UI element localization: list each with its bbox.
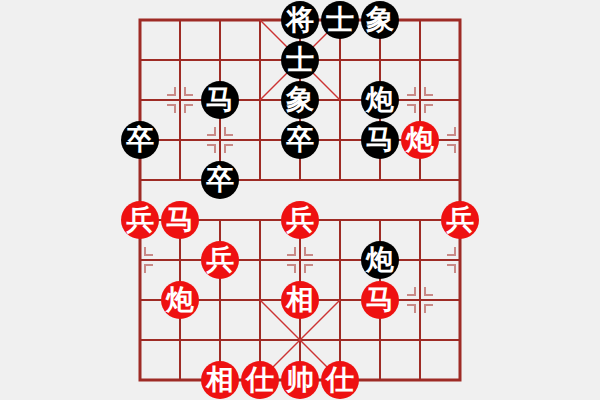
- piece-black-soldier[interactable]: 卒: [201, 161, 239, 199]
- xiangqi-board[interactable]: 将士象士马象炮卒卒马炮卒兵马兵兵兵炮炮相马相仕帅仕: [120, 0, 480, 400]
- piece-red-soldier[interactable]: 兵: [281, 201, 319, 239]
- piece-red-soldier[interactable]: 兵: [121, 201, 159, 239]
- piece-red-soldier[interactable]: 兵: [441, 201, 479, 239]
- piece-red-king[interactable]: 帅: [281, 361, 319, 399]
- piece-black-cannon[interactable]: 炮: [361, 81, 399, 119]
- piece-black-horse[interactable]: 马: [201, 81, 239, 119]
- piece-red-advisor[interactable]: 仕: [321, 361, 359, 399]
- piece-black-advisor[interactable]: 士: [321, 1, 359, 39]
- piece-black-elephant[interactable]: 象: [361, 1, 399, 39]
- piece-black-king[interactable]: 将: [281, 1, 319, 39]
- piece-red-cannon[interactable]: 炮: [401, 121, 439, 159]
- piece-black-soldier[interactable]: 卒: [121, 121, 159, 159]
- piece-red-elephant[interactable]: 相: [201, 361, 239, 399]
- piece-black-horse[interactable]: 马: [361, 121, 399, 159]
- piece-red-horse[interactable]: 马: [161, 201, 199, 239]
- piece-red-elephant[interactable]: 相: [281, 281, 319, 319]
- piece-red-advisor[interactable]: 仕: [241, 361, 279, 399]
- piece-black-elephant[interactable]: 象: [281, 81, 319, 119]
- piece-black-cannon[interactable]: 炮: [361, 241, 399, 279]
- piece-red-cannon[interactable]: 炮: [161, 281, 199, 319]
- piece-black-advisor[interactable]: 士: [281, 41, 319, 79]
- piece-red-horse[interactable]: 马: [361, 281, 399, 319]
- piece-black-soldier[interactable]: 卒: [281, 121, 319, 159]
- xiangqi-board-screenshot: 将士象士马象炮卒卒马炮卒兵马兵兵兵炮炮相马相仕帅仕: [0, 0, 600, 400]
- piece-red-soldier[interactable]: 兵: [201, 241, 239, 279]
